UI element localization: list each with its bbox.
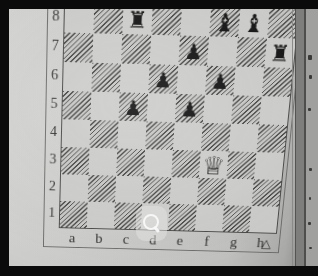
- square-f1: [195, 205, 224, 232]
- square-e4: [173, 122, 203, 150]
- adjacent-text-mark: [309, 247, 312, 249]
- square-f4: [201, 123, 231, 151]
- file-label-g: g: [219, 233, 247, 251]
- square-a2: [60, 174, 88, 201]
- square-a1: [60, 201, 88, 228]
- square-f7: [207, 36, 238, 66]
- square-f6: ♟: [205, 66, 236, 96]
- square-a5: [62, 91, 91, 120]
- adjacent-column: [306, 0, 318, 276]
- square-g8: ♝: [238, 7, 270, 38]
- square-h1: [249, 206, 279, 233]
- square-b1: [87, 202, 115, 229]
- black-pawn: ♟: [180, 99, 199, 120]
- black-bishop: ♝: [242, 11, 266, 36]
- file-label-a: a: [58, 229, 85, 247]
- adjacent-text-mark: [308, 222, 311, 225]
- square-f2: [197, 178, 227, 205]
- file-label-b: b: [85, 230, 113, 248]
- page-edge-line: [292, 9, 293, 266]
- square-e3: [171, 150, 201, 178]
- letterbox-bottom: [0, 266, 318, 276]
- square-c7: [121, 34, 151, 64]
- square-c4: [117, 121, 146, 149]
- square-h5: [259, 96, 290, 125]
- square-e1: [168, 204, 197, 231]
- square-g3: [226, 151, 256, 179]
- square-g7: [236, 37, 267, 67]
- square-e7: ♟: [178, 36, 209, 66]
- adjacent-text-mark: [309, 75, 312, 79]
- square-g4: [229, 124, 259, 152]
- square-d2: [142, 176, 171, 203]
- photo-viewer: 87654321 ♜♝♝♟♜♟♟♟♟♕ abcdefgh △ Побей все…: [0, 0, 318, 276]
- square-f8: ♝: [209, 6, 240, 37]
- square-b7: [92, 33, 122, 63]
- square-b6: [91, 63, 121, 93]
- square-e6: [176, 65, 206, 95]
- square-f3: ♕: [199, 151, 229, 179]
- square-e8: [180, 5, 211, 36]
- magnifier-button[interactable]: [136, 206, 167, 241]
- square-h2: [251, 179, 281, 206]
- square-d5: [147, 93, 177, 122]
- square-d8: [151, 5, 182, 36]
- black-pawn: ♟: [184, 41, 204, 63]
- square-b3: [89, 148, 118, 176]
- square-d7: [150, 35, 181, 65]
- square-g5: [231, 95, 262, 124]
- square-h6: [262, 67, 293, 97]
- white-queen: ♕: [201, 153, 226, 179]
- black-rook: ♜: [127, 8, 149, 32]
- square-a4: [62, 119, 91, 148]
- black-bishop: ♝: [213, 10, 236, 35]
- rank-label-4: 4: [44, 118, 61, 146]
- page-gutter: [295, 0, 306, 276]
- rank-label-3: 3: [43, 146, 59, 174]
- rank-label-1: 1: [42, 200, 58, 227]
- square-g1: [222, 205, 251, 232]
- file-label-e: e: [166, 232, 194, 250]
- black-pawn: ♟: [124, 98, 143, 119]
- letterbox-left: [0, 0, 9, 276]
- black-pawn: ♟: [210, 71, 230, 92]
- square-b4: [89, 120, 118, 149]
- chess-board: ♜♝♝♟♜♟♟♟♟♕: [59, 1, 300, 234]
- rank-label-2: 2: [43, 173, 59, 200]
- square-e2: [170, 177, 199, 204]
- square-a6: [63, 62, 92, 92]
- magnifier-icon: [143, 214, 159, 230]
- rank-label-5: 5: [44, 89, 61, 118]
- square-h3: [254, 152, 284, 180]
- square-a7: [64, 33, 94, 63]
- square-g2: [224, 179, 254, 206]
- square-f5: [203, 95, 233, 124]
- rank-label-6: 6: [45, 60, 62, 89]
- square-c5: ♟: [118, 92, 148, 121]
- black-pawn: ♟: [153, 70, 172, 91]
- square-g6: [233, 66, 264, 96]
- adjacent-text-mark: [308, 55, 312, 60]
- square-b2: [88, 175, 116, 202]
- square-c2: [115, 176, 144, 203]
- adjacent-text-mark: [309, 168, 312, 171]
- black-rook: ♜: [269, 42, 292, 66]
- white-to-move-icon: △: [261, 236, 272, 250]
- square-c3: [116, 148, 145, 176]
- rank-label-7: 7: [45, 31, 62, 61]
- square-d4: [145, 121, 175, 149]
- square-d3: [144, 149, 173, 177]
- letterbox-top: [0, 0, 318, 9]
- square-a3: [61, 147, 89, 175]
- chess-diagram: 87654321 ♜♝♝♟♜♟♟♟♟♕ abcdefgh △: [42, 0, 308, 255]
- square-e5: ♟: [175, 94, 205, 123]
- square-b5: [90, 92, 119, 121]
- square-c6: [120, 63, 150, 93]
- square-d6: ♟: [148, 64, 178, 94]
- adjacent-text-mark: [309, 197, 311, 200]
- adjacent-text-mark: [308, 108, 311, 111]
- square-h4: [256, 124, 287, 152]
- file-label-f: f: [193, 233, 221, 251]
